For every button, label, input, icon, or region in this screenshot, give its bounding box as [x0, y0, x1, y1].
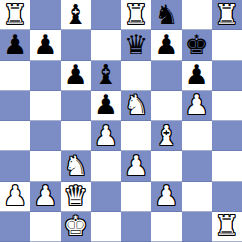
square-f1[interactable]: [151, 212, 181, 242]
white-king-c1[interactable]: ♚: [64, 212, 88, 239]
square-b7[interactable]: ♟: [30, 30, 60, 60]
black-bishop-c8[interactable]: ♝: [64, 1, 88, 28]
white-rook-a8[interactable]: ♜: [3, 1, 27, 28]
square-f2[interactable]: ♟: [151, 182, 181, 212]
square-e3[interactable]: ♟: [121, 151, 151, 181]
square-f6[interactable]: [151, 61, 181, 91]
square-c2[interactable]: ♛: [61, 182, 91, 212]
square-f4[interactable]: ♝: [151, 121, 181, 151]
square-d4[interactable]: ♟: [91, 121, 121, 151]
square-c4[interactable]: [61, 121, 91, 151]
square-b3[interactable]: [30, 151, 60, 181]
square-g3[interactable]: [182, 151, 212, 181]
white-pawn-a2[interactable]: ♟: [3, 182, 27, 209]
white-knight-c3[interactable]: ♞: [64, 152, 88, 179]
square-g2[interactable]: [182, 182, 212, 212]
square-b4[interactable]: [30, 121, 60, 151]
square-a5[interactable]: [0, 91, 30, 121]
black-pawn-a7[interactable]: ♟: [3, 31, 27, 58]
square-e8[interactable]: ♜: [121, 0, 151, 30]
black-pawn-b7[interactable]: ♟: [33, 31, 57, 58]
square-a4[interactable]: [0, 121, 30, 151]
white-bishop-f4[interactable]: ♝: [154, 122, 178, 149]
square-d7[interactable]: [91, 30, 121, 60]
white-pawn-g5[interactable]: ♟: [185, 91, 209, 118]
square-e1[interactable]: [121, 212, 151, 242]
square-f5[interactable]: [151, 91, 181, 121]
square-g8[interactable]: [182, 0, 212, 30]
black-pawn-c6[interactable]: ♟: [64, 61, 88, 88]
square-h7[interactable]: [212, 30, 242, 60]
white-rook-e8[interactable]: ♜: [124, 1, 148, 28]
square-d3[interactable]: [91, 151, 121, 181]
square-e5[interactable]: ♞: [121, 91, 151, 121]
square-b2[interactable]: ♟: [30, 182, 60, 212]
square-f7[interactable]: ♟: [151, 30, 181, 60]
square-f3[interactable]: [151, 151, 181, 181]
black-pawn-d5[interactable]: ♟: [94, 91, 118, 118]
square-a6[interactable]: [0, 61, 30, 91]
square-a2[interactable]: ♟: [0, 182, 30, 212]
square-b8[interactable]: [30, 0, 60, 30]
square-g7[interactable]: ♚: [182, 30, 212, 60]
square-b1[interactable]: [30, 212, 60, 242]
square-g5[interactable]: ♟: [182, 91, 212, 121]
black-queen-e7[interactable]: ♛: [124, 31, 148, 58]
square-h5[interactable]: [212, 91, 242, 121]
square-c7[interactable]: [61, 30, 91, 60]
black-pawn-f7[interactable]: ♟: [154, 31, 178, 58]
square-h6[interactable]: [212, 61, 242, 91]
square-d8[interactable]: [91, 0, 121, 30]
white-queen-c2[interactable]: ♛: [64, 182, 88, 209]
square-c1[interactable]: ♚: [61, 212, 91, 242]
black-pawn-g6[interactable]: ♟: [185, 61, 209, 88]
chess-board: ♜♝♜♞♜♟♟♛♟♚♟♝♟♟♞♟♟♝♞♟♟♟♛♟♚♜: [0, 0, 242, 242]
square-g6[interactable]: ♟: [182, 61, 212, 91]
white-knight-e5[interactable]: ♞: [124, 91, 148, 118]
square-e7[interactable]: ♛: [121, 30, 151, 60]
square-h3[interactable]: [212, 151, 242, 181]
white-pawn-e3[interactable]: ♟: [124, 152, 148, 179]
square-c6[interactable]: ♟: [61, 61, 91, 91]
square-d5[interactable]: ♟: [91, 91, 121, 121]
square-b5[interactable]: [30, 91, 60, 121]
square-f8[interactable]: ♞: [151, 0, 181, 30]
white-pawn-b2[interactable]: ♟: [33, 182, 57, 209]
square-a7[interactable]: ♟: [0, 30, 30, 60]
square-c5[interactable]: [61, 91, 91, 121]
square-h1[interactable]: ♜: [212, 212, 242, 242]
square-g4[interactable]: [182, 121, 212, 151]
white-pawn-d4[interactable]: ♟: [94, 122, 118, 149]
square-a8[interactable]: ♜: [0, 0, 30, 30]
black-knight-f8[interactable]: ♞: [154, 1, 178, 28]
black-bishop-d6[interactable]: ♝: [94, 61, 118, 88]
square-d6[interactable]: ♝: [91, 61, 121, 91]
square-e2[interactable]: [121, 182, 151, 212]
white-rook-h8[interactable]: ♜: [215, 1, 239, 28]
square-h2[interactable]: [212, 182, 242, 212]
square-e4[interactable]: [121, 121, 151, 151]
square-c8[interactable]: ♝: [61, 0, 91, 30]
square-e6[interactable]: [121, 61, 151, 91]
square-b6[interactable]: [30, 61, 60, 91]
square-a3[interactable]: [0, 151, 30, 181]
square-h4[interactable]: [212, 121, 242, 151]
black-king-g7[interactable]: ♚: [185, 31, 209, 58]
square-d1[interactable]: [91, 212, 121, 242]
white-rook-h1[interactable]: ♜: [215, 212, 239, 239]
square-a1[interactable]: [0, 212, 30, 242]
square-d2[interactable]: [91, 182, 121, 212]
square-h8[interactable]: ♜: [212, 0, 242, 30]
square-g1[interactable]: [182, 212, 212, 242]
square-c3[interactable]: ♞: [61, 151, 91, 181]
white-pawn-f2[interactable]: ♟: [154, 182, 178, 209]
